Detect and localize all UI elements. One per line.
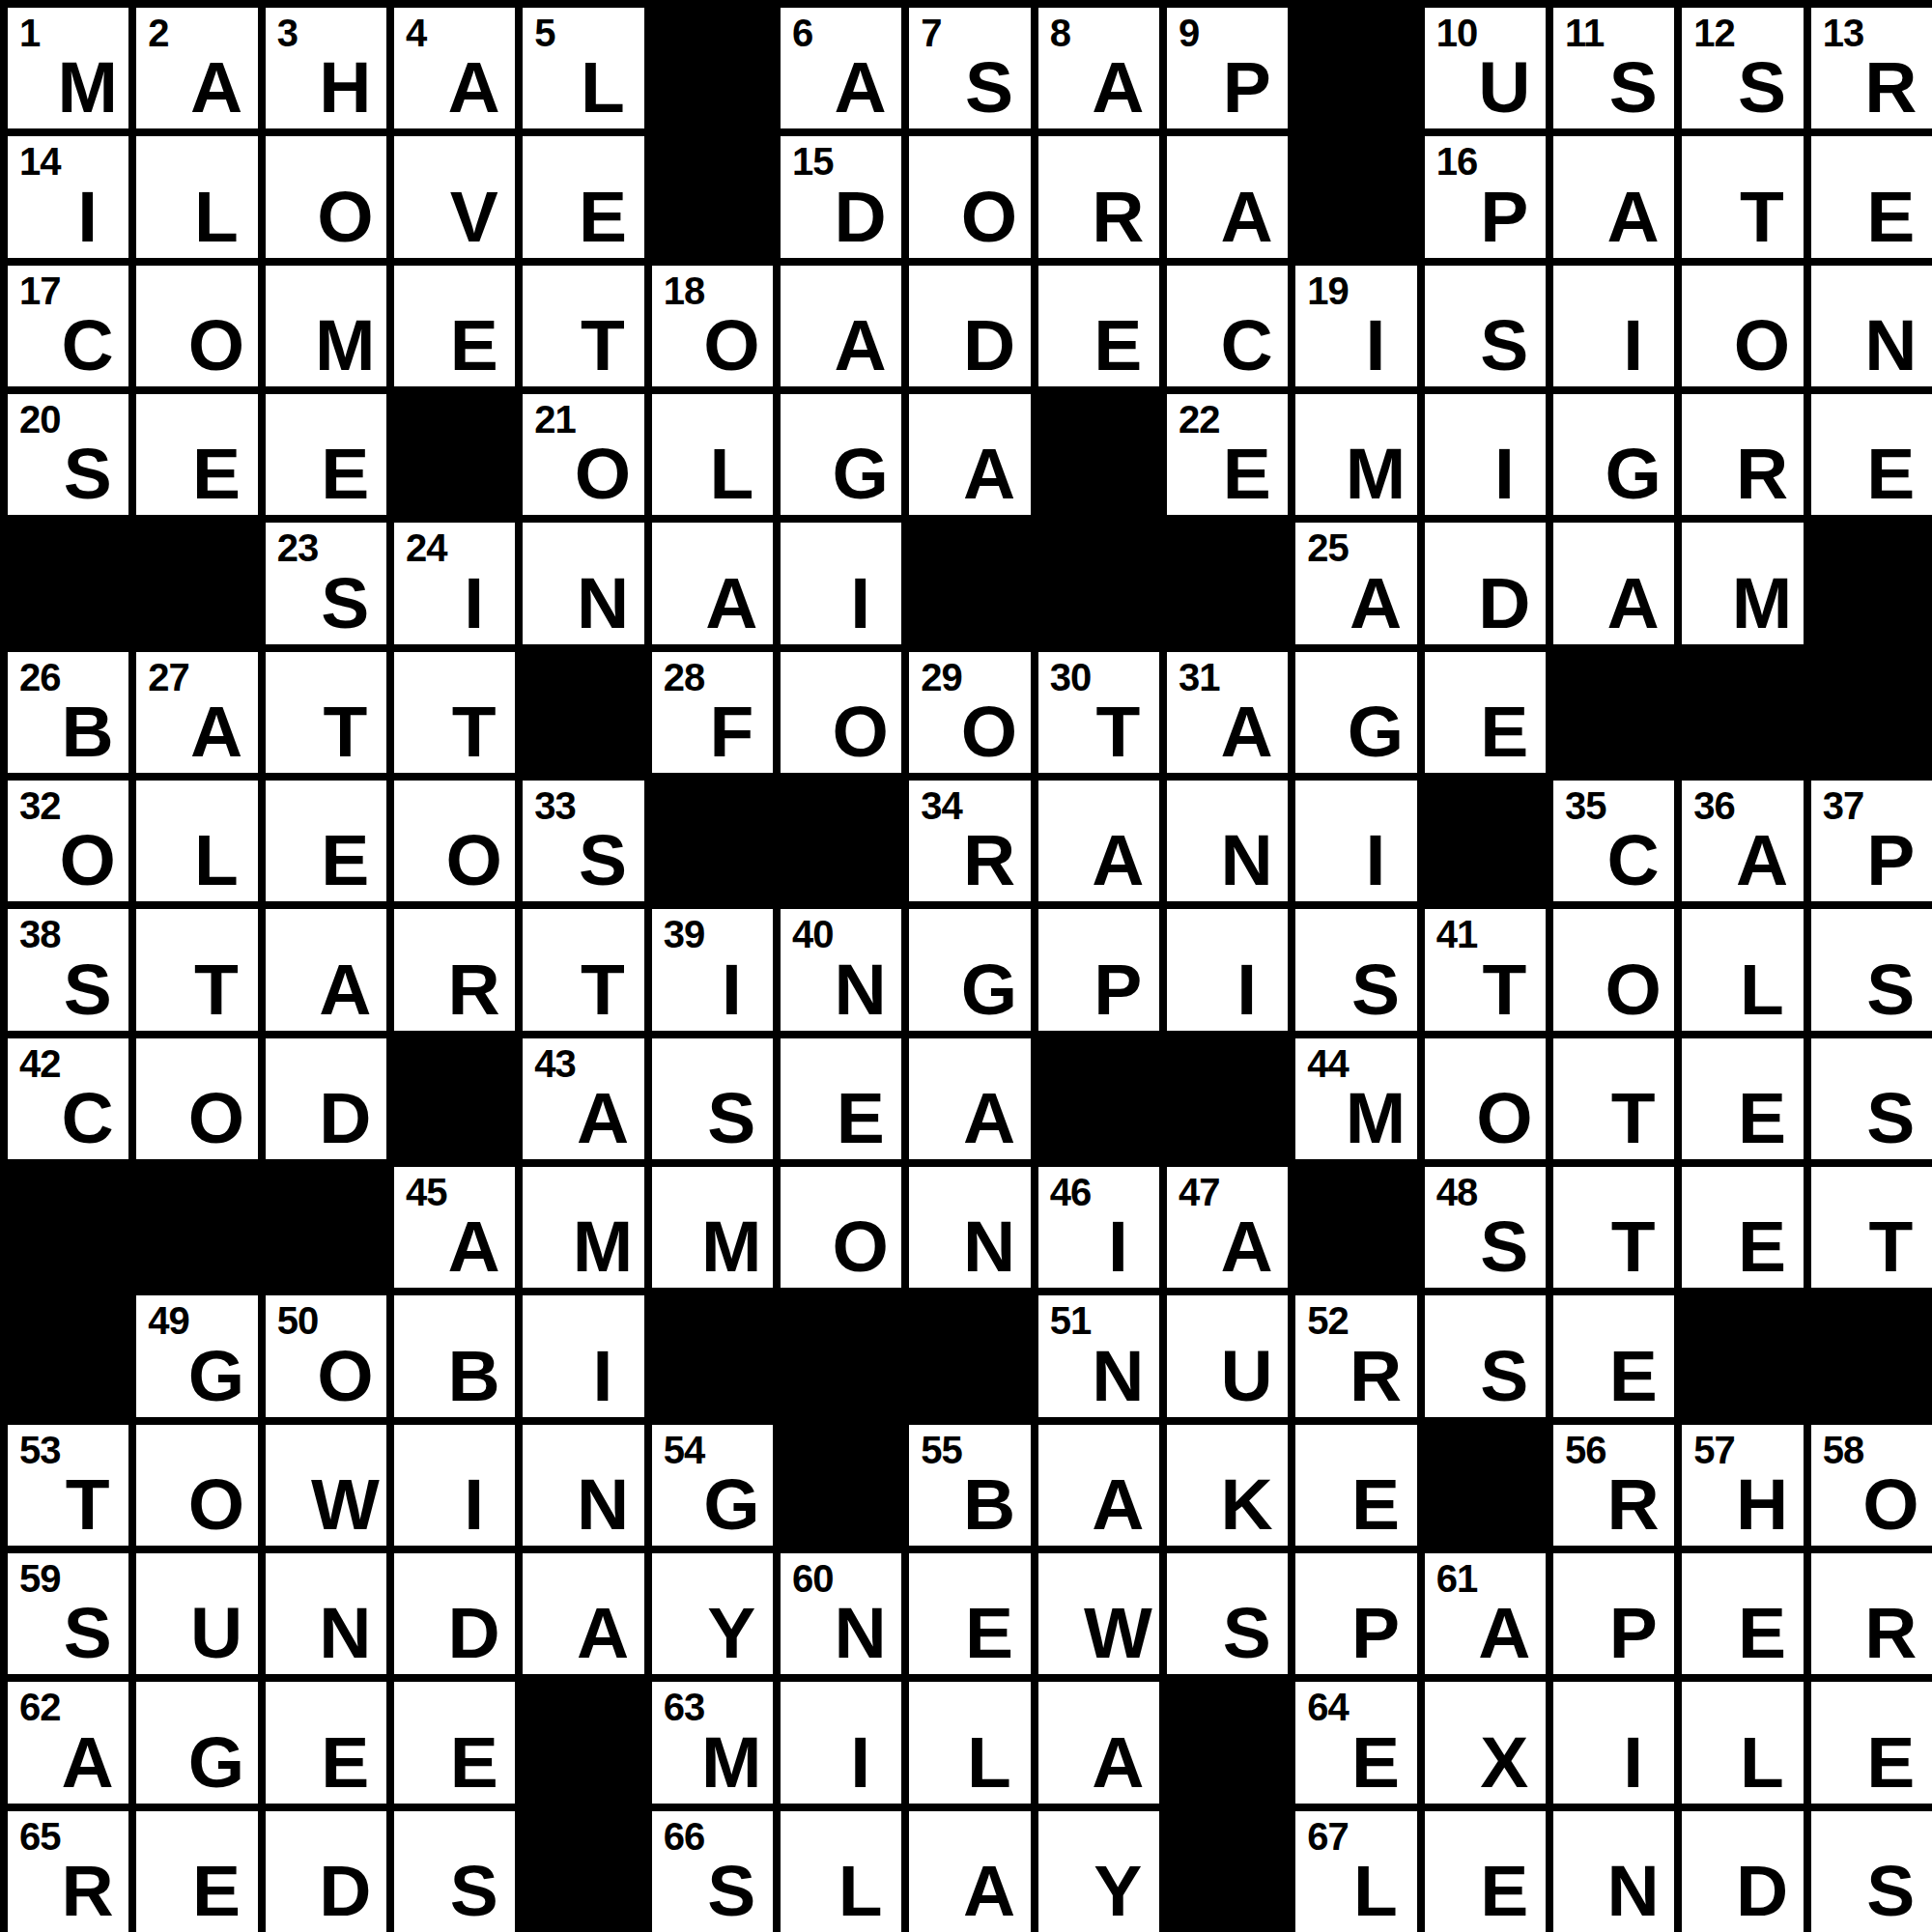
clue-number-65: 65 (19, 1817, 61, 1856)
clue-number-17: 17 (19, 271, 61, 310)
cell-letter-r11c11: R (1295, 1340, 1416, 1412)
cell-letter-r8c14: L (1682, 953, 1803, 1026)
cell-r6c8[interactable]: 29O (909, 652, 1030, 773)
block-cell-r6c14 (1682, 652, 1803, 773)
clue-number-48: 48 (1436, 1173, 1478, 1211)
cell-r12c9[interactable]: A (1038, 1425, 1159, 1546)
clue-number-19: 19 (1307, 271, 1349, 310)
cell-letter-r13c10: S (1167, 1597, 1288, 1669)
cell-r14c3[interactable]: E (266, 1682, 386, 1803)
cell-r2c8[interactable]: O (909, 136, 1030, 257)
cell-r15c7[interactable]: L (781, 1811, 901, 1932)
cell-letter-r4c5: O (523, 438, 643, 510)
cell-r9c7[interactable]: E (781, 1038, 901, 1159)
cell-r2c9[interactable]: R (1038, 136, 1159, 257)
cell-r5c7[interactable]: I (781, 523, 901, 643)
clue-number-42: 42 (19, 1044, 61, 1083)
cell-r1c9[interactable]: 8A (1038, 8, 1159, 128)
cell-letter-r1c5: L (523, 51, 643, 124)
cell-r10c6[interactable]: M (652, 1167, 773, 1288)
cell-r6c3[interactable]: T (266, 652, 386, 773)
cell-r4c14[interactable]: R (1682, 394, 1803, 515)
cell-r4c13[interactable]: G (1553, 394, 1674, 515)
clue-number-7: 7 (921, 14, 941, 52)
cell-r8c1[interactable]: 38S (8, 909, 128, 1030)
cell-r15c3[interactable]: D (266, 1811, 386, 1932)
cell-letter-r2c12: P (1425, 181, 1546, 253)
cell-r3c6[interactable]: 18O (652, 266, 773, 386)
clue-number-41: 41 (1436, 915, 1478, 953)
cell-letter-r14c9: A (1038, 1726, 1159, 1799)
block-cell-r1c6 (652, 8, 773, 128)
clue-number-54: 54 (664, 1431, 705, 1469)
cell-letter-r5c4: I (394, 567, 515, 639)
cell-r9c5[interactable]: 43A (523, 1038, 643, 1159)
cell-r15c14[interactable]: D (1682, 1811, 1803, 1932)
cell-r8c9[interactable]: P (1038, 909, 1159, 1030)
block-cell-r14c10 (1167, 1682, 1288, 1803)
cell-r5c6[interactable]: A (652, 523, 773, 643)
cell-r6c6[interactable]: 28F (652, 652, 773, 773)
cell-r15c1[interactable]: 65R (8, 1811, 128, 1932)
cell-r15c8[interactable]: A (909, 1811, 1030, 1932)
cell-r14c2[interactable]: G (136, 1682, 257, 1803)
cell-letter-r10c14: E (1682, 1210, 1803, 1283)
cell-r15c11[interactable]: 67L (1295, 1811, 1416, 1932)
cell-r2c4[interactable]: V (394, 136, 515, 257)
cell-r13c14[interactable]: E (1682, 1553, 1803, 1674)
cell-r10c15[interactable]: T (1811, 1167, 1932, 1288)
cell-r8c8[interactable]: G (909, 909, 1030, 1030)
cell-r12c3[interactable]: W (266, 1425, 386, 1546)
cell-r7c2[interactable]: L (136, 781, 257, 901)
cell-r1c8[interactable]: 7S (909, 8, 1030, 128)
cell-letter-r13c2: U (136, 1597, 257, 1669)
cell-letter-r8c12: T (1425, 953, 1546, 1026)
block-cell-r10c3 (266, 1167, 386, 1288)
cell-r4c3[interactable]: E (266, 394, 386, 515)
cell-r4c15[interactable]: E (1811, 394, 1932, 515)
cell-r14c4[interactable]: E (394, 1682, 515, 1803)
cell-r2c10[interactable]: A (1167, 136, 1288, 257)
cell-letter-r15c7: L (781, 1855, 901, 1927)
cell-r12c8[interactable]: 55B (909, 1425, 1030, 1546)
cell-letter-r10c6: M (652, 1210, 773, 1283)
cell-r9c2[interactable]: O (136, 1038, 257, 1159)
clue-number-9: 9 (1179, 14, 1199, 52)
cell-r12c10[interactable]: K (1167, 1425, 1288, 1546)
cell-letter-r15c9: Y (1038, 1855, 1159, 1927)
cell-r12c13[interactable]: 56R (1553, 1425, 1674, 1546)
cell-r14c9[interactable]: A (1038, 1682, 1159, 1803)
cell-r11c3[interactable]: 50O (266, 1295, 386, 1416)
clue-number-43: 43 (534, 1044, 576, 1083)
cell-r14c12[interactable]: X (1425, 1682, 1546, 1803)
cell-r10c4[interactable]: 45A (394, 1167, 515, 1288)
cell-letter-r1c7: A (781, 51, 901, 124)
cell-r14c7[interactable]: I (781, 1682, 901, 1803)
cell-r3c9[interactable]: E (1038, 266, 1159, 386)
cell-letter-r13c5: A (523, 1597, 643, 1669)
cell-r13c1[interactable]: 59S (8, 1553, 128, 1674)
cell-r7c14[interactable]: 36A (1682, 781, 1803, 901)
cell-r7c5[interactable]: 33S (523, 781, 643, 901)
cell-letter-r2c3: O (266, 181, 386, 253)
cell-r8c10[interactable]: I (1167, 909, 1288, 1030)
cell-r3c5[interactable]: T (523, 266, 643, 386)
cell-r12c15[interactable]: 58O (1811, 1425, 1932, 1546)
clue-number-23: 23 (277, 528, 319, 567)
cell-letter-r14c7: I (781, 1726, 901, 1799)
cell-r15c13[interactable]: N (1553, 1811, 1674, 1932)
block-cell-r7c6 (652, 781, 773, 901)
clue-number-13: 13 (1823, 14, 1864, 52)
clue-number-64: 64 (1307, 1688, 1349, 1726)
cell-letter-r1c4: A (394, 51, 515, 124)
cell-r11c9[interactable]: 51N (1038, 1295, 1159, 1416)
cell-r6c4[interactable]: T (394, 652, 515, 773)
cell-letter-r3c15: N (1811, 309, 1932, 382)
cell-r7c13[interactable]: 35C (1553, 781, 1674, 901)
cell-letter-r13c13: P (1553, 1597, 1674, 1669)
cell-r8c12[interactable]: 41T (1425, 909, 1546, 1030)
cell-r13c8[interactable]: E (909, 1553, 1030, 1674)
block-cell-r5c1 (8, 523, 128, 643)
clue-number-49: 49 (148, 1301, 189, 1340)
cell-r10c14[interactable]: E (1682, 1167, 1803, 1288)
clue-number-8: 8 (1050, 14, 1070, 52)
cell-r9c11[interactable]: 44M (1295, 1038, 1416, 1159)
cell-letter-r7c5: S (523, 824, 643, 896)
cell-r3c1[interactable]: 17C (8, 266, 128, 386)
cell-letter-r10c8: N (909, 1210, 1030, 1283)
cell-r13c2[interactable]: U (136, 1553, 257, 1674)
cell-letter-r2c5: E (523, 181, 643, 253)
cell-r3c8[interactable]: D (909, 266, 1030, 386)
block-cell-r7c7 (781, 781, 901, 901)
cell-letter-r8c1: S (8, 953, 128, 1026)
clue-number-51: 51 (1050, 1301, 1092, 1340)
cell-r5c13[interactable]: A (1553, 523, 1674, 643)
cell-r8c14[interactable]: L (1682, 909, 1803, 1030)
cell-r4c5[interactable]: 21O (523, 394, 643, 515)
block-cell-r10c1 (8, 1167, 128, 1288)
cell-letter-r14c6: M (652, 1726, 773, 1799)
cell-letter-r3c11: I (1295, 309, 1416, 382)
clue-number-27: 27 (148, 658, 189, 696)
clue-number-25: 25 (1307, 528, 1349, 567)
cell-r13c5[interactable]: A (523, 1553, 643, 1674)
cell-r14c11[interactable]: 64E (1295, 1682, 1416, 1803)
cell-r11c12[interactable]: S (1425, 1295, 1546, 1416)
cell-r10c8[interactable]: N (909, 1167, 1030, 1288)
cell-r10c9[interactable]: 46I (1038, 1167, 1159, 1288)
cell-r8c11[interactable]: S (1295, 909, 1416, 1030)
cell-r9c13[interactable]: T (1553, 1038, 1674, 1159)
cell-letter-r7c11: I (1295, 824, 1416, 896)
cell-r8c2[interactable]: T (136, 909, 257, 1030)
cell-r1c2[interactable]: 2A (136, 8, 257, 128)
cell-r10c7[interactable]: O (781, 1167, 901, 1288)
cell-r3c15[interactable]: N (1811, 266, 1932, 386)
cell-r11c13[interactable]: E (1553, 1295, 1674, 1416)
block-cell-r4c4 (394, 394, 515, 515)
clue-number-59: 59 (19, 1559, 61, 1598)
cell-r13c13[interactable]: P (1553, 1553, 1674, 1674)
cell-r2c1[interactable]: 14I (8, 136, 128, 257)
cell-r9c8[interactable]: A (909, 1038, 1030, 1159)
cell-letter-r4c14: R (1682, 438, 1803, 510)
block-cell-r11c15 (1811, 1295, 1932, 1416)
clue-number-62: 62 (19, 1688, 61, 1726)
clue-number-3: 3 (277, 14, 298, 52)
block-cell-r11c1 (8, 1295, 128, 1416)
cell-r2c7[interactable]: 15D (781, 136, 901, 257)
clue-number-16: 16 (1436, 142, 1478, 181)
clue-number-57: 57 (1693, 1431, 1735, 1469)
cell-r4c6[interactable]: L (652, 394, 773, 515)
clue-number-34: 34 (921, 786, 962, 825)
cell-r15c15[interactable]: S (1811, 1811, 1932, 1932)
cell-letter-r11c13: E (1553, 1340, 1674, 1412)
cell-r12c6[interactable]: 54G (652, 1425, 773, 1546)
cell-r6c7[interactable]: O (781, 652, 901, 773)
cell-r12c5[interactable]: N (523, 1425, 643, 1546)
cell-r9c6[interactable]: S (652, 1038, 773, 1159)
cell-letter-r6c7: O (781, 696, 901, 768)
cell-r9c12[interactable]: O (1425, 1038, 1546, 1159)
cell-letter-r13c1: S (8, 1597, 128, 1669)
cell-letter-r1c8: S (909, 51, 1030, 124)
cell-r3c7[interactable]: A (781, 266, 901, 386)
cell-r3c12[interactable]: S (1425, 266, 1546, 386)
cell-r3c2[interactable]: O (136, 266, 257, 386)
cell-r3c10[interactable]: C (1167, 266, 1288, 386)
cell-r4c12[interactable]: I (1425, 394, 1546, 515)
block-cell-r11c8 (909, 1295, 1030, 1416)
cell-r6c9[interactable]: 30T (1038, 652, 1159, 773)
cell-r10c12[interactable]: 48S (1425, 1167, 1546, 1288)
cell-r8c6[interactable]: 39I (652, 909, 773, 1030)
cell-r2c5[interactable]: E (523, 136, 643, 257)
cell-r5c5[interactable]: N (523, 523, 643, 643)
cell-r15c6[interactable]: 66S (652, 1811, 773, 1932)
clue-number-58: 58 (1823, 1431, 1864, 1469)
clue-number-2: 2 (148, 14, 168, 52)
cell-letter-r4c8: A (909, 438, 1030, 510)
cell-letter-r1c10: P (1167, 51, 1288, 124)
cell-r3c3[interactable]: M (266, 266, 386, 386)
block-cell-r10c11 (1295, 1167, 1416, 1288)
cell-r2c3[interactable]: O (266, 136, 386, 257)
cell-letter-r4c3: E (266, 438, 386, 510)
cell-letter-r13c7: N (781, 1597, 901, 1669)
cell-r8c3[interactable]: A (266, 909, 386, 1030)
cell-letter-r9c5: A (523, 1082, 643, 1154)
cell-r3c14[interactable]: O (1682, 266, 1803, 386)
cell-r14c6[interactable]: 63M (652, 1682, 773, 1803)
clue-number-52: 52 (1307, 1301, 1349, 1340)
cell-r14c14[interactable]: L (1682, 1682, 1803, 1803)
cell-r4c10[interactable]: 22E (1167, 394, 1288, 515)
cell-r15c4[interactable]: S (394, 1811, 515, 1932)
block-cell-r1c11 (1295, 8, 1416, 128)
cell-r13c7[interactable]: 60N (781, 1553, 901, 1674)
cell-r5c4[interactable]: 24I (394, 523, 515, 643)
cell-r7c11[interactable]: I (1295, 781, 1416, 901)
cell-r3c11[interactable]: 19I (1295, 266, 1416, 386)
cell-r2c12[interactable]: 16P (1425, 136, 1546, 257)
cell-r15c12[interactable]: E (1425, 1811, 1546, 1932)
block-cell-r9c9 (1038, 1038, 1159, 1159)
cell-r9c1[interactable]: 42C (8, 1038, 128, 1159)
cell-r1c15[interactable]: 13R (1811, 8, 1932, 128)
cell-r1c7[interactable]: 6A (781, 8, 901, 128)
cell-letter-r6c2: A (136, 696, 257, 768)
cell-r8c15[interactable]: S (1811, 909, 1932, 1030)
cell-r15c9[interactable]: Y (1038, 1811, 1159, 1932)
clue-number-1: 1 (19, 14, 40, 52)
cell-r1c3[interactable]: 3H (266, 8, 386, 128)
cell-r13c9[interactable]: W (1038, 1553, 1159, 1674)
cell-r14c8[interactable]: L (909, 1682, 1030, 1803)
cell-letter-r14c11: E (1295, 1726, 1416, 1799)
cell-r5c11[interactable]: 25A (1295, 523, 1416, 643)
cell-r2c14[interactable]: T (1682, 136, 1803, 257)
cell-r5c3[interactable]: 23S (266, 523, 386, 643)
cell-r1c10[interactable]: 9P (1167, 8, 1288, 128)
cell-r14c15[interactable]: E (1811, 1682, 1932, 1803)
cell-r7c4[interactable]: O (394, 781, 515, 901)
cell-r12c1[interactable]: 53T (8, 1425, 128, 1546)
cell-letter-r12c9: A (1038, 1468, 1159, 1541)
cell-r7c3[interactable]: E (266, 781, 386, 901)
cell-r6c12[interactable]: E (1425, 652, 1546, 773)
cell-r4c2[interactable]: E (136, 394, 257, 515)
clue-number-46: 46 (1050, 1173, 1092, 1211)
cell-r11c10[interactable]: U (1167, 1295, 1288, 1416)
cell-r12c2[interactable]: O (136, 1425, 257, 1546)
cell-r7c9[interactable]: A (1038, 781, 1159, 901)
cell-r1c14[interactable]: 12S (1682, 8, 1803, 128)
cell-r10c13[interactable]: T (1553, 1167, 1674, 1288)
cell-r6c11[interactable]: G (1295, 652, 1416, 773)
cell-r5c14[interactable]: M (1682, 523, 1803, 643)
cell-r8c4[interactable]: R (394, 909, 515, 1030)
cell-r14c1[interactable]: 62A (8, 1682, 128, 1803)
cell-r6c1[interactable]: 26B (8, 652, 128, 773)
cell-r11c11[interactable]: 52R (1295, 1295, 1416, 1416)
cell-r4c11[interactable]: M (1295, 394, 1416, 515)
cell-r15c2[interactable]: E (136, 1811, 257, 1932)
cell-r1c5[interactable]: 5L (523, 8, 643, 128)
cell-letter-r15c2: E (136, 1855, 257, 1927)
cell-letter-r5c12: D (1425, 567, 1546, 639)
cell-letter-r7c14: A (1682, 824, 1803, 896)
cell-letter-r12c3: W (266, 1468, 386, 1541)
cell-r9c14[interactable]: E (1682, 1038, 1803, 1159)
cell-letter-r9c7: E (781, 1082, 901, 1154)
cell-r10c10[interactable]: 47A (1167, 1167, 1288, 1288)
cell-r13c6[interactable]: Y (652, 1553, 773, 1674)
cell-r4c1[interactable]: 20S (8, 394, 128, 515)
cell-r14c13[interactable]: I (1553, 1682, 1674, 1803)
cell-letter-r5c3: S (266, 567, 386, 639)
cell-r4c7[interactable]: G (781, 394, 901, 515)
cell-letter-r11c10: U (1167, 1340, 1288, 1412)
cell-r13c12[interactable]: 61A (1425, 1553, 1546, 1674)
cell-r13c11[interactable]: P (1295, 1553, 1416, 1674)
cell-letter-r2c4: V (394, 181, 515, 253)
block-cell-r7c12 (1425, 781, 1546, 901)
cell-letter-r9c11: M (1295, 1082, 1416, 1154)
cell-letter-r6c1: B (8, 696, 128, 768)
cell-r1c1[interactable]: 1M (8, 8, 128, 128)
cell-r8c13[interactable]: O (1553, 909, 1674, 1030)
cell-r6c2[interactable]: 27A (136, 652, 257, 773)
cell-letter-r11c5: I (523, 1340, 643, 1412)
cell-letter-r13c14: E (1682, 1597, 1803, 1669)
cell-r8c7[interactable]: 40N (781, 909, 901, 1030)
cell-letter-r7c1: O (8, 824, 128, 896)
cell-r1c13[interactable]: 11S (1553, 8, 1674, 128)
cell-letter-r3c12: S (1425, 309, 1546, 382)
cell-r10c5[interactable]: M (523, 1167, 643, 1288)
cell-r2c15[interactable]: E (1811, 136, 1932, 257)
cell-letter-r1c3: H (266, 51, 386, 124)
cell-letter-r15c11: L (1295, 1855, 1416, 1927)
cell-letter-r9c12: O (1425, 1082, 1546, 1154)
cell-r13c4[interactable]: D (394, 1553, 515, 1674)
cell-r7c10[interactable]: N (1167, 781, 1288, 901)
cell-r13c3[interactable]: N (266, 1553, 386, 1674)
cell-r12c4[interactable]: I (394, 1425, 515, 1546)
cell-r7c8[interactable]: 34R (909, 781, 1030, 901)
cell-r7c1[interactable]: 32O (8, 781, 128, 901)
cell-r11c2[interactable]: 49G (136, 1295, 257, 1416)
cell-letter-r12c11: E (1295, 1468, 1416, 1541)
cell-r13c15[interactable]: R (1811, 1553, 1932, 1674)
cell-r1c12[interactable]: 10U (1425, 8, 1546, 128)
clue-number-10: 10 (1436, 14, 1478, 52)
cell-r2c2[interactable]: L (136, 136, 257, 257)
block-cell-r14c5 (523, 1682, 643, 1803)
cell-r6c10[interactable]: 31A (1167, 652, 1288, 773)
clue-number-21: 21 (534, 400, 576, 439)
clue-number-31: 31 (1179, 658, 1220, 696)
block-cell-r6c13 (1553, 652, 1674, 773)
cell-r1c4[interactable]: 4A (394, 8, 515, 128)
cell-r5c12[interactable]: D (1425, 523, 1546, 643)
cell-r11c4[interactable]: B (394, 1295, 515, 1416)
cell-r9c3[interactable]: D (266, 1038, 386, 1159)
cell-letter-r13c4: D (394, 1597, 515, 1669)
cell-letter-r15c12: E (1425, 1855, 1546, 1927)
cell-r2c13[interactable]: A (1553, 136, 1674, 257)
cell-r12c14[interactable]: 57H (1682, 1425, 1803, 1546)
cell-letter-r3c8: D (909, 309, 1030, 382)
cell-letter-r6c9: T (1038, 696, 1159, 768)
cell-r4c8[interactable]: A (909, 394, 1030, 515)
cell-r13c10[interactable]: S (1167, 1553, 1288, 1674)
cell-r3c13[interactable]: I (1553, 266, 1674, 386)
cell-r3c4[interactable]: E (394, 266, 515, 386)
cell-r12c11[interactable]: E (1295, 1425, 1416, 1546)
cell-r8c5[interactable]: T (523, 909, 643, 1030)
cell-r7c15[interactable]: 37P (1811, 781, 1932, 901)
cell-r11c5[interactable]: I (523, 1295, 643, 1416)
cell-r9c15[interactable]: S (1811, 1038, 1932, 1159)
